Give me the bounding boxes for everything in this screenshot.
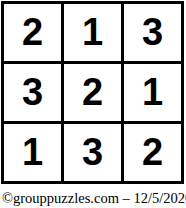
cell-r3c3[interactable]: 2 [124, 124, 181, 181]
cell-r1c1[interactable]: 2 [4, 4, 61, 61]
cell-value: 3 [22, 73, 43, 111]
cell-value: 1 [142, 73, 163, 111]
cell-r3c2[interactable]: 3 [64, 124, 121, 181]
cell-r2c1[interactable]: 3 [4, 64, 61, 121]
cell-r2c3[interactable]: 1 [124, 64, 181, 121]
copyright-date-line: ©grouppuzzles.com – 12/5/2020 [2, 190, 186, 207]
cell-value: 2 [82, 73, 103, 111]
cell-r3c1[interactable]: 1 [4, 124, 61, 181]
puzzle-grid: 2 1 3 3 2 1 1 3 2 [1, 1, 184, 184]
cell-r2c2[interactable]: 2 [64, 64, 121, 121]
cell-r1c3[interactable]: 3 [124, 4, 181, 61]
cell-value: 2 [22, 13, 43, 51]
cell-value: 3 [82, 133, 103, 171]
cell-value: 3 [142, 13, 163, 51]
cell-r1c2[interactable]: 1 [64, 4, 121, 61]
cell-value: 2 [142, 133, 163, 171]
puzzle-page: 2 1 3 3 2 1 1 3 2 ©grouppuzzles.com – 12… [0, 0, 186, 208]
cell-value: 1 [22, 133, 43, 171]
cell-value: 1 [82, 13, 103, 51]
